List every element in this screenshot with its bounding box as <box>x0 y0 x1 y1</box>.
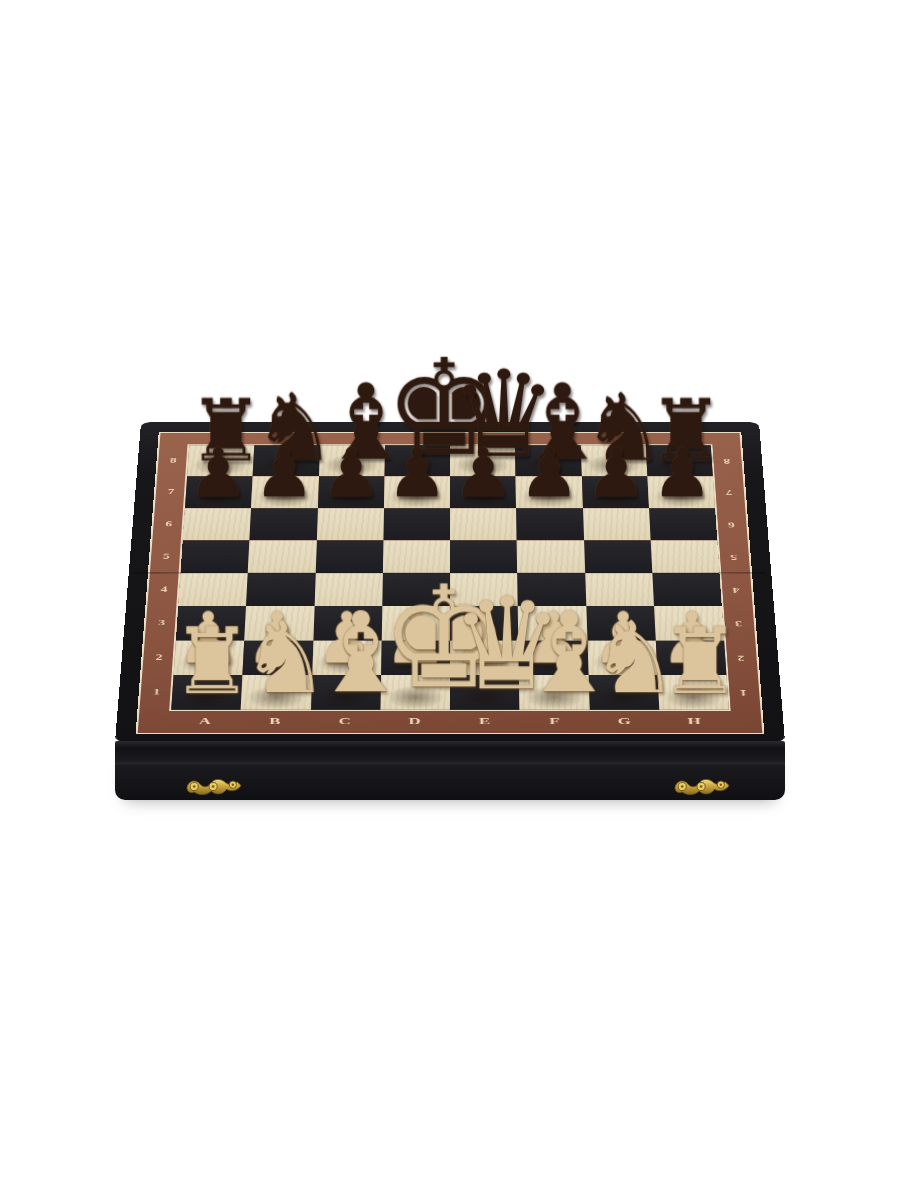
rank-label-right-6: 6 <box>715 508 748 540</box>
piece-white-bishop-f1: ♝ <box>520 597 590 708</box>
rank-label-left-7: 7 <box>155 476 187 508</box>
square-e7: ♟ <box>450 476 516 508</box>
square-a5 <box>181 540 250 573</box>
square-c6 <box>316 508 383 540</box>
file-label-b: B <box>240 710 311 733</box>
folding-chess-box: 88♜♞♝♚♛♝♞♜77♟♟♟♟♟♟♟♟6655443322♟♟♟♟♟♟♟♟11… <box>0 0 900 1200</box>
board-face: 88♜♞♝♚♛♝♞♜77♟♟♟♟♟♟♟♟6655443322♟♟♟♟♟♟♟♟11… <box>136 432 765 734</box>
square-g7: ♟ <box>581 476 648 508</box>
rank-label-left-4: 4 <box>147 573 180 606</box>
square-e6 <box>450 508 517 540</box>
piece-white-rook-a1: ♜ <box>171 617 241 708</box>
square-h7: ♟ <box>647 476 715 508</box>
rank-label-right-7: 7 <box>713 476 745 508</box>
square-b7: ♟ <box>251 476 318 508</box>
square-g6 <box>583 508 651 540</box>
square-h1: ♜ <box>657 675 728 710</box>
square-c1: ♝ <box>311 675 381 710</box>
piece-black-pawn-b7: ♟ <box>251 439 317 507</box>
file-label-h: H <box>659 710 730 733</box>
piece-white-knight-g1: ♞ <box>589 609 659 708</box>
piece-white-knight-b1: ♞ <box>241 609 311 708</box>
piece-white-rook-h1: ♜ <box>659 617 729 708</box>
product-photo-scene: 88♜♞♝♚♛♝♞♜77♟♟♟♟♟♟♟♟6655443322♟♟♟♟♟♟♟♟11… <box>0 0 900 1200</box>
box-front <box>115 741 785 800</box>
square-g1: ♞ <box>588 675 659 710</box>
brass-clasp-right-icon <box>671 773 733 800</box>
square-c5 <box>315 540 383 573</box>
square-a7: ♟ <box>185 476 253 508</box>
rank-label-left-1: 1 <box>139 675 173 710</box>
square-f5 <box>517 540 585 573</box>
square-b1: ♞ <box>241 675 312 710</box>
piece-black-pawn-f7: ♟ <box>516 439 582 507</box>
square-d6 <box>383 508 450 540</box>
square-h5 <box>650 540 719 573</box>
rank-label-left-6: 6 <box>152 508 185 540</box>
piece-white-king-d1: ♚ <box>380 567 450 708</box>
square-f7: ♟ <box>516 476 583 508</box>
file-label-c: C <box>310 710 380 733</box>
square-f1: ♝ <box>519 675 589 710</box>
rank-label-left-5: 5 <box>150 540 183 573</box>
square-f6 <box>516 508 583 540</box>
file-label-g: G <box>589 710 660 733</box>
piece-white-queen-e1: ♛ <box>450 581 520 708</box>
square-c7: ♟ <box>317 476 384 508</box>
square-d1: ♚ <box>380 675 450 710</box>
file-label-a: A <box>170 710 241 733</box>
file-label-f: F <box>520 710 590 733</box>
square-h6 <box>649 508 717 540</box>
file-label-d: D <box>380 710 450 733</box>
piece-black-pawn-a7: ♟ <box>185 439 251 507</box>
square-g5 <box>584 540 652 573</box>
square-b5 <box>248 540 316 573</box>
square-a1: ♜ <box>171 675 242 710</box>
square-a6 <box>183 508 251 540</box>
rank-label-right-5: 5 <box>717 540 750 573</box>
piece-white-bishop-c1: ♝ <box>311 597 381 708</box>
file-label-e: E <box>450 710 520 733</box>
box-top: 88♜♞♝♚♛♝♞♜77♟♟♟♟♟♟♟♟6655443322♟♟♟♟♟♟♟♟11… <box>115 422 785 742</box>
square-b6 <box>250 508 318 540</box>
square-d7: ♟ <box>384 476 450 508</box>
square-e1: ♛ <box>450 675 520 710</box>
piece-black-pawn-d7: ♟ <box>384 439 450 507</box>
piece-black-pawn-c7: ♟ <box>318 439 384 507</box>
piece-black-pawn-g7: ♟ <box>582 439 648 507</box>
piece-black-pawn-h7: ♟ <box>649 439 715 507</box>
rank-label-right-4: 4 <box>719 573 752 606</box>
piece-black-pawn-e7: ♟ <box>450 439 516 507</box>
brass-clasp-left-icon <box>183 773 245 800</box>
